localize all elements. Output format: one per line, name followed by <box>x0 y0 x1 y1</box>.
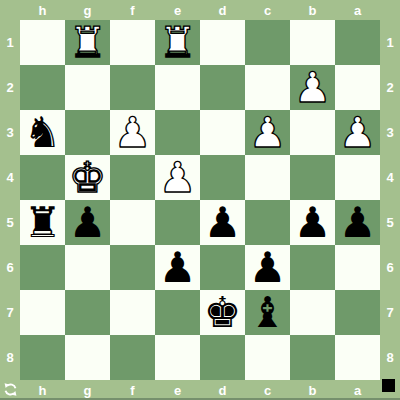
file-label-h: h <box>20 380 65 400</box>
square-b5[interactable]: ♟ <box>290 200 335 245</box>
square-f2[interactable] <box>110 65 155 110</box>
rank-label-4: 4 <box>380 155 400 200</box>
piece-black-pawn-e6[interactable]: ♟ <box>159 247 197 289</box>
piece-black-pawn-b5[interactable]: ♟ <box>294 202 332 244</box>
square-e8[interactable] <box>155 335 200 380</box>
square-b8[interactable] <box>290 335 335 380</box>
square-f7[interactable] <box>110 290 155 335</box>
square-a2[interactable] <box>335 65 380 110</box>
square-c2[interactable] <box>245 65 290 110</box>
piece-white-rook-g1[interactable]: ♜ <box>69 22 107 64</box>
square-b3[interactable] <box>290 110 335 155</box>
square-d2[interactable] <box>200 65 245 110</box>
rank-labels-right: 12345678 <box>380 20 400 380</box>
square-g5[interactable]: ♟ <box>65 200 110 245</box>
square-h5[interactable]: ♜ <box>20 200 65 245</box>
flip-board-icon[interactable] <box>3 382 18 397</box>
piece-black-pawn-a5[interactable]: ♟ <box>339 202 377 244</box>
piece-black-bishop-c7[interactable]: ♝ <box>249 292 287 334</box>
square-d5[interactable]: ♟ <box>200 200 245 245</box>
square-e6[interactable]: ♟ <box>155 245 200 290</box>
square-a3[interactable]: ♟ <box>335 110 380 155</box>
rank-label-4: 4 <box>0 155 20 200</box>
file-label-h: h <box>20 0 65 20</box>
piece-white-rook-e1[interactable]: ♜ <box>159 22 197 64</box>
piece-black-knight-h3[interactable]: ♞ <box>24 112 62 154</box>
square-c1[interactable] <box>245 20 290 65</box>
piece-white-pawn-f3[interactable]: ♟ <box>114 112 152 154</box>
file-label-b: b <box>290 380 335 400</box>
file-label-g: g <box>65 0 110 20</box>
file-label-g: g <box>65 380 110 400</box>
square-h3[interactable]: ♞ <box>20 110 65 155</box>
file-label-f: f <box>110 380 155 400</box>
rank-label-1: 1 <box>0 20 20 65</box>
square-b2[interactable]: ♟ <box>290 65 335 110</box>
square-g7[interactable] <box>65 290 110 335</box>
square-f6[interactable] <box>110 245 155 290</box>
square-d8[interactable] <box>200 335 245 380</box>
rank-label-2: 2 <box>380 65 400 110</box>
square-f8[interactable] <box>110 335 155 380</box>
piece-white-pawn-b2[interactable]: ♟ <box>294 67 332 109</box>
piece-white-pawn-e4[interactable]: ♟ <box>159 157 197 199</box>
chess-board[interactable]: ♜♜♟♞♟♟♟♚♟♜♟♟♟♟♟♟♚♝ <box>20 20 380 380</box>
square-b6[interactable] <box>290 245 335 290</box>
piece-black-rook-h5[interactable]: ♜ <box>24 202 62 244</box>
square-f3[interactable]: ♟ <box>110 110 155 155</box>
rank-label-5: 5 <box>0 200 20 245</box>
file-label-a: a <box>335 380 380 400</box>
rank-label-8: 8 <box>0 335 20 380</box>
square-c5[interactable] <box>245 200 290 245</box>
square-d1[interactable] <box>200 20 245 65</box>
piece-black-pawn-c6[interactable]: ♟ <box>249 247 287 289</box>
file-labels-top: hgfedcba <box>20 0 380 20</box>
square-a8[interactable] <box>335 335 380 380</box>
square-g8[interactable] <box>65 335 110 380</box>
square-f5[interactable] <box>110 200 155 245</box>
file-label-e: e <box>155 0 200 20</box>
rank-label-3: 3 <box>0 110 20 155</box>
square-e1[interactable]: ♜ <box>155 20 200 65</box>
file-label-c: c <box>245 380 290 400</box>
file-label-f: f <box>110 0 155 20</box>
square-e3[interactable] <box>155 110 200 155</box>
square-h1[interactable] <box>20 20 65 65</box>
rank-labels-left: 12345678 <box>0 20 20 380</box>
square-c3[interactable]: ♟ <box>245 110 290 155</box>
rank-label-1: 1 <box>380 20 400 65</box>
square-c8[interactable] <box>245 335 290 380</box>
square-f1[interactable] <box>110 20 155 65</box>
square-g1[interactable]: ♜ <box>65 20 110 65</box>
square-h2[interactable] <box>20 65 65 110</box>
piece-white-pawn-c3[interactable]: ♟ <box>249 112 287 154</box>
file-labels-bottom: hgfedcba <box>20 380 380 400</box>
rank-label-3: 3 <box>380 110 400 155</box>
square-c7[interactable]: ♝ <box>245 290 290 335</box>
square-e5[interactable] <box>155 200 200 245</box>
piece-black-pawn-g5[interactable]: ♟ <box>69 202 107 244</box>
square-d4[interactable] <box>200 155 245 200</box>
square-f4[interactable] <box>110 155 155 200</box>
square-e2[interactable] <box>155 65 200 110</box>
square-a7[interactable] <box>335 290 380 335</box>
file-label-b: b <box>290 0 335 20</box>
square-h6[interactable] <box>20 245 65 290</box>
square-h8[interactable] <box>20 335 65 380</box>
square-h4[interactable] <box>20 155 65 200</box>
file-label-e: e <box>155 380 200 400</box>
side-to-move-indicator <box>382 379 395 392</box>
square-g6[interactable] <box>65 245 110 290</box>
square-d7[interactable]: ♚ <box>200 290 245 335</box>
file-label-d: d <box>200 380 245 400</box>
rank-label-8: 8 <box>380 335 400 380</box>
square-a4[interactable] <box>335 155 380 200</box>
chess-widget: hgfedcba 12345678 12345678 hgfedcba ♜♜♟♞… <box>0 0 400 400</box>
refresh-arrows-icon <box>3 382 18 397</box>
square-d6[interactable] <box>200 245 245 290</box>
square-e4[interactable]: ♟ <box>155 155 200 200</box>
square-c6[interactable]: ♟ <box>245 245 290 290</box>
square-c4[interactable] <box>245 155 290 200</box>
square-d3[interactable] <box>200 110 245 155</box>
piece-white-king-g4[interactable]: ♚ <box>69 157 107 199</box>
square-b4[interactable] <box>290 155 335 200</box>
piece-black-king-d7[interactable]: ♚ <box>204 292 242 334</box>
rank-label-2: 2 <box>0 65 20 110</box>
square-g2[interactable] <box>65 65 110 110</box>
piece-white-pawn-a3[interactable]: ♟ <box>339 112 377 154</box>
square-h7[interactable] <box>20 290 65 335</box>
file-label-a: a <box>335 0 380 20</box>
square-e7[interactable] <box>155 290 200 335</box>
square-g3[interactable] <box>65 110 110 155</box>
file-label-c: c <box>245 0 290 20</box>
rank-label-5: 5 <box>380 200 400 245</box>
rank-label-6: 6 <box>0 245 20 290</box>
square-b1[interactable] <box>290 20 335 65</box>
file-label-d: d <box>200 0 245 20</box>
rank-label-7: 7 <box>0 290 20 335</box>
square-a6[interactable] <box>335 245 380 290</box>
square-g4[interactable]: ♚ <box>65 155 110 200</box>
rank-label-7: 7 <box>380 290 400 335</box>
rank-label-6: 6 <box>380 245 400 290</box>
square-a5[interactable]: ♟ <box>335 200 380 245</box>
square-b7[interactable] <box>290 290 335 335</box>
square-a1[interactable] <box>335 20 380 65</box>
piece-black-pawn-d5[interactable]: ♟ <box>204 202 242 244</box>
